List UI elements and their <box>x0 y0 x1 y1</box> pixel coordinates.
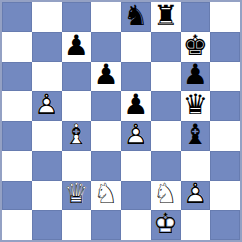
square-h4[interactable] <box>210 121 240 151</box>
square-c5[interactable] <box>62 91 92 121</box>
square-e4[interactable]: ♟♙ <box>121 121 151 151</box>
square-e5[interactable]: ♟ <box>121 91 151 121</box>
square-d6[interactable]: ♟ <box>91 62 121 92</box>
square-c3[interactable] <box>62 151 92 181</box>
square-f7[interactable] <box>151 32 181 62</box>
square-b2[interactable] <box>32 181 62 211</box>
square-a1[interactable] <box>2 210 32 240</box>
square-b5[interactable]: ♟♙ <box>32 91 62 121</box>
square-d8[interactable] <box>91 2 121 32</box>
black-rook-f8: ♜ <box>151 2 181 32</box>
square-h3[interactable] <box>210 151 240 181</box>
white-pawn-e4: ♟♙ <box>121 121 151 151</box>
square-d5[interactable] <box>91 91 121 121</box>
square-a7[interactable] <box>2 32 32 62</box>
square-a5[interactable] <box>2 91 32 121</box>
square-b4[interactable] <box>32 121 62 151</box>
square-c4[interactable]: ♝♗ <box>62 121 92 151</box>
black-king-g7: ♚ <box>181 32 211 62</box>
square-b1[interactable] <box>32 210 62 240</box>
square-f1[interactable]: ♚♔ <box>151 210 181 240</box>
black-bishop-g4: ♝ <box>181 121 211 151</box>
square-d7[interactable] <box>91 32 121 62</box>
square-f5[interactable] <box>151 91 181 121</box>
square-e7[interactable] <box>121 32 151 62</box>
square-f3[interactable] <box>151 151 181 181</box>
square-b3[interactable] <box>32 151 62 181</box>
square-g2[interactable]: ♟♙ <box>181 181 211 211</box>
square-d2[interactable]: ♞♘ <box>91 181 121 211</box>
square-h2[interactable] <box>210 181 240 211</box>
white-bishop-c4: ♝♗ <box>62 121 92 151</box>
white-queen-c2: ♛♕ <box>62 181 92 211</box>
square-e8[interactable]: ♞ <box>121 2 151 32</box>
square-e6[interactable] <box>121 62 151 92</box>
square-b8[interactable] <box>32 2 62 32</box>
square-d4[interactable] <box>91 121 121 151</box>
square-a4[interactable] <box>2 121 32 151</box>
black-queen-g5: ♛ <box>181 91 211 121</box>
square-g1[interactable] <box>181 210 211 240</box>
square-f2[interactable]: ♞♘ <box>151 181 181 211</box>
square-g3[interactable] <box>181 151 211 181</box>
black-pawn-e5: ♟ <box>121 91 151 121</box>
square-b6[interactable] <box>32 62 62 92</box>
square-c8[interactable] <box>62 2 92 32</box>
white-knight-d2: ♞♘ <box>91 181 121 211</box>
square-g7[interactable]: ♚ <box>181 32 211 62</box>
square-a3[interactable] <box>2 151 32 181</box>
square-a6[interactable] <box>2 62 32 92</box>
square-h6[interactable] <box>210 62 240 92</box>
square-d3[interactable] <box>91 151 121 181</box>
square-f8[interactable]: ♜ <box>151 2 181 32</box>
square-f4[interactable] <box>151 121 181 151</box>
black-pawn-d6: ♟ <box>91 62 121 92</box>
square-h8[interactable] <box>210 2 240 32</box>
chess-board-container: ♞♜♟♚♟♟♟♙♟♛♝♗♟♙♝♛♕♞♘♞♘♟♙♚♔ <box>0 0 242 242</box>
square-f6[interactable] <box>151 62 181 92</box>
chess-board: ♞♜♟♚♟♟♟♙♟♛♝♗♟♙♝♛♕♞♘♞♘♟♙♚♔ <box>0 0 242 242</box>
black-pawn-g6: ♟ <box>181 62 211 92</box>
square-d1[interactable] <box>91 210 121 240</box>
square-g5[interactable]: ♛ <box>181 91 211 121</box>
white-king-f1: ♚♔ <box>151 210 181 240</box>
white-pawn-g2: ♟♙ <box>181 181 211 211</box>
square-c2[interactable]: ♛♕ <box>62 181 92 211</box>
square-g6[interactable]: ♟ <box>181 62 211 92</box>
black-pawn-c7: ♟ <box>62 32 92 62</box>
square-h1[interactable] <box>210 210 240 240</box>
white-pawn-b5: ♟♙ <box>32 91 62 121</box>
square-b7[interactable] <box>32 32 62 62</box>
square-e3[interactable] <box>121 151 151 181</box>
square-c6[interactable] <box>62 62 92 92</box>
square-a2[interactable] <box>2 181 32 211</box>
square-e1[interactable] <box>121 210 151 240</box>
square-e2[interactable] <box>121 181 151 211</box>
white-knight-f2: ♞♘ <box>151 181 181 211</box>
square-g8[interactable] <box>181 2 211 32</box>
square-h5[interactable] <box>210 91 240 121</box>
square-c1[interactable] <box>62 210 92 240</box>
square-c7[interactable]: ♟ <box>62 32 92 62</box>
square-h7[interactable] <box>210 32 240 62</box>
black-knight-e8: ♞ <box>121 2 151 32</box>
square-a8[interactable] <box>2 2 32 32</box>
square-g4[interactable]: ♝ <box>181 121 211 151</box>
